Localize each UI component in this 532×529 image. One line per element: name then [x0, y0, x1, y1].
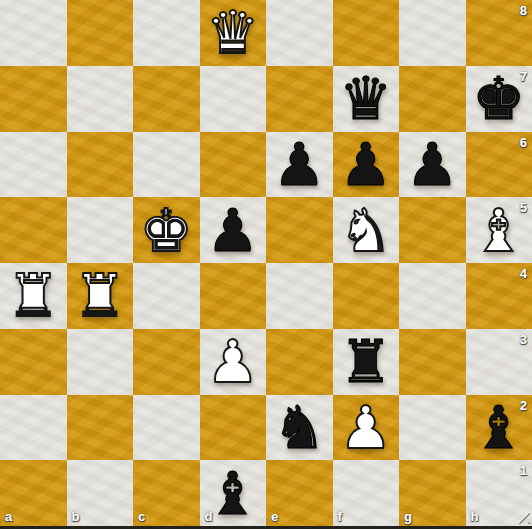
square-h1[interactable]: 1h: [466, 460, 532, 526]
square-c7[interactable]: [133, 66, 200, 132]
coordinate-rank-label-2: 2: [520, 398, 527, 413]
piece-black-pawn[interactable]: ♟: [273, 135, 326, 194]
square-d7[interactable]: [200, 66, 267, 132]
coordinate-rank-label-8: 8: [520, 3, 527, 18]
coordinate-rank-label-5: 5: [520, 200, 527, 215]
square-e4[interactable]: [266, 263, 333, 329]
square-d8[interactable]: ♛: [200, 0, 267, 66]
square-h4[interactable]: 4: [466, 263, 532, 329]
square-a7[interactable]: [0, 66, 67, 132]
square-b2[interactable]: [67, 395, 134, 461]
square-h6[interactable]: 6: [466, 132, 532, 198]
square-a1[interactable]: a: [0, 460, 67, 526]
coordinate-file-label-e: e: [271, 509, 278, 524]
coordinate-rank-label-6: 6: [520, 135, 527, 150]
coordinate-rank-label-4: 4: [520, 266, 527, 281]
square-f3[interactable]: ♜: [333, 329, 400, 395]
square-c3[interactable]: [133, 329, 200, 395]
square-d6[interactable]: [200, 132, 267, 198]
piece-black-pawn[interactable]: ♟: [339, 135, 392, 194]
square-d5[interactable]: ♟: [200, 197, 267, 263]
square-f4[interactable]: [333, 263, 400, 329]
square-g5[interactable]: [399, 197, 466, 263]
piece-white-queen[interactable]: ♛: [206, 3, 259, 62]
piece-black-pawn[interactable]: ♟: [406, 135, 459, 194]
square-a3[interactable]: [0, 329, 67, 395]
square-c8[interactable]: [133, 0, 200, 66]
coordinate-file-label-c: c: [138, 509, 145, 524]
square-e2[interactable]: ♞: [266, 395, 333, 461]
piece-black-knight[interactable]: ♞: [273, 398, 326, 457]
square-f5[interactable]: ♞: [333, 197, 400, 263]
square-e6[interactable]: ♟: [266, 132, 333, 198]
square-c6[interactable]: [133, 132, 200, 198]
square-a5[interactable]: [0, 197, 67, 263]
square-b3[interactable]: [67, 329, 134, 395]
square-a2[interactable]: [0, 395, 67, 461]
piece-white-king[interactable]: ♚: [140, 201, 193, 260]
square-g3[interactable]: [399, 329, 466, 395]
piece-white-bishop[interactable]: ♝: [472, 201, 525, 260]
square-g8[interactable]: [399, 0, 466, 66]
square-h3[interactable]: 3: [466, 329, 532, 395]
square-f2[interactable]: ♟: [333, 395, 400, 461]
square-c5[interactable]: ♚: [133, 197, 200, 263]
square-e7[interactable]: [266, 66, 333, 132]
square-f1[interactable]: f: [333, 460, 400, 526]
coordinate-file-label-b: b: [72, 509, 80, 524]
square-g4[interactable]: [399, 263, 466, 329]
piece-white-rook[interactable]: ♜: [7, 266, 60, 325]
square-b8[interactable]: [67, 0, 134, 66]
square-h8[interactable]: 8: [466, 0, 532, 66]
square-a8[interactable]: [0, 0, 67, 66]
square-c1[interactable]: c: [133, 460, 200, 526]
square-b1[interactable]: b: [67, 460, 134, 526]
square-e5[interactable]: [266, 197, 333, 263]
piece-white-rook[interactable]: ♜: [73, 266, 126, 325]
square-b4[interactable]: ♜: [67, 263, 134, 329]
square-c4[interactable]: [133, 263, 200, 329]
square-a6[interactable]: [0, 132, 67, 198]
square-d1[interactable]: ♝d: [200, 460, 267, 526]
square-b6[interactable]: [67, 132, 134, 198]
coordinate-file-label-a: a: [5, 509, 12, 524]
chess-board: ♛8♛♚7♟♟♟6♚♟♞♝5♜♜4♟♜3♞♟♝2abc♝defg1h: [0, 0, 532, 526]
coordinate-file-label-d: d: [205, 509, 213, 524]
square-f6[interactable]: ♟: [333, 132, 400, 198]
coordinate-rank-label-3: 3: [520, 332, 527, 347]
square-h2[interactable]: ♝2: [466, 395, 532, 461]
piece-black-rook[interactable]: ♜: [339, 332, 392, 391]
square-d4[interactable]: [200, 263, 267, 329]
piece-black-bishop[interactable]: ♝: [472, 398, 525, 457]
page-background: ♛8♛♚7♟♟♟6♚♟♞♝5♜♜4♟♜3♞♟♝2abc♝defg1h: [0, 0, 532, 529]
coordinate-rank-label-1: 1: [520, 463, 527, 478]
square-g7[interactable]: [399, 66, 466, 132]
square-g2[interactable]: [399, 395, 466, 461]
square-f8[interactable]: [333, 0, 400, 66]
resize-handle-icon[interactable]: [518, 512, 530, 524]
square-h7[interactable]: ♚7: [466, 66, 532, 132]
piece-white-pawn[interactable]: ♟: [339, 398, 392, 457]
square-c2[interactable]: [133, 395, 200, 461]
square-b7[interactable]: [67, 66, 134, 132]
square-a4[interactable]: ♜: [0, 263, 67, 329]
square-d2[interactable]: [200, 395, 267, 461]
coordinate-file-label-g: g: [404, 509, 412, 524]
coordinate-rank-label-7: 7: [520, 69, 527, 84]
coordinate-file-label-f: f: [338, 509, 342, 524]
square-f7[interactable]: ♛: [333, 66, 400, 132]
square-h5[interactable]: ♝5: [466, 197, 532, 263]
piece-black-queen[interactable]: ♛: [339, 69, 392, 128]
coordinate-file-label-h: h: [471, 509, 479, 524]
piece-black-king[interactable]: ♚: [472, 69, 525, 128]
piece-white-knight[interactable]: ♞: [339, 201, 392, 260]
square-g6[interactable]: ♟: [399, 132, 466, 198]
square-d3[interactable]: ♟: [200, 329, 267, 395]
square-g1[interactable]: g: [399, 460, 466, 526]
square-b5[interactable]: [67, 197, 134, 263]
piece-black-pawn[interactable]: ♟: [206, 201, 259, 260]
piece-white-pawn[interactable]: ♟: [206, 332, 259, 391]
square-e3[interactable]: [266, 329, 333, 395]
square-e8[interactable]: [266, 0, 333, 66]
piece-black-bishop[interactable]: ♝: [206, 464, 259, 523]
square-e1[interactable]: e: [266, 460, 333, 526]
